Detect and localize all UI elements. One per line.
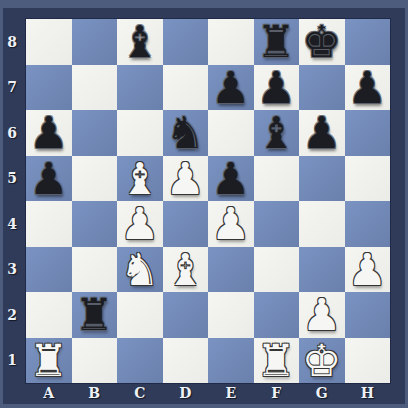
piece-white-bishop[interactable]: ♝ (166, 247, 205, 292)
piece-white-knight[interactable]: ♞ (120, 247, 159, 292)
square-g7[interactable] (299, 65, 345, 111)
square-g2[interactable]: ♟ (299, 292, 345, 338)
square-d4[interactable] (163, 201, 209, 247)
piece-white-pawn[interactable]: ♟ (302, 292, 341, 337)
square-a7[interactable] (26, 65, 72, 111)
square-d3[interactable]: ♝ (163, 247, 209, 293)
square-f3[interactable] (254, 247, 300, 293)
rank-label-6: 6 (0, 110, 24, 156)
square-d1[interactable] (163, 338, 209, 384)
square-a8[interactable] (26, 19, 72, 65)
square-c5[interactable]: ♝ (117, 156, 163, 202)
piece-white-king[interactable]: ♚ (302, 338, 341, 383)
rank-label-1: 1 (0, 338, 24, 384)
piece-white-pawn[interactable]: ♟ (120, 201, 159, 246)
chess-board: ♝♜♚♟♟♟♟♞♝♟♟♝♟♟♟♟♞♝♟♜♟♜♜♚ (26, 19, 390, 383)
rank-label-2: 2 (0, 292, 24, 338)
window-edge-top (0, 0, 408, 8)
square-h3[interactable]: ♟ (345, 247, 391, 293)
square-a6[interactable]: ♟ (26, 110, 72, 156)
square-c4[interactable]: ♟ (117, 201, 163, 247)
square-a5[interactable]: ♟ (26, 156, 72, 202)
square-c3[interactable]: ♞ (117, 247, 163, 293)
piece-white-rook[interactable]: ♜ (29, 338, 68, 383)
square-e3[interactable] (208, 247, 254, 293)
square-h2[interactable] (345, 292, 391, 338)
square-b3[interactable] (72, 247, 118, 293)
square-g3[interactable] (299, 247, 345, 293)
square-f8[interactable]: ♜ (254, 19, 300, 65)
piece-white-pawn[interactable]: ♟ (348, 247, 387, 292)
square-g4[interactable] (299, 201, 345, 247)
window-edge-bottom (0, 404, 408, 408)
square-d6[interactable]: ♞ (163, 110, 209, 156)
piece-black-bishop[interactable]: ♝ (257, 110, 296, 155)
square-b6[interactable] (72, 110, 118, 156)
square-b1[interactable] (72, 338, 118, 384)
piece-black-pawn[interactable]: ♟ (348, 65, 387, 110)
square-d5[interactable]: ♟ (163, 156, 209, 202)
square-c6[interactable] (117, 110, 163, 156)
square-h1[interactable] (345, 338, 391, 384)
file-label-h: H (345, 382, 391, 404)
file-label-e: E (208, 382, 254, 404)
piece-black-pawn[interactable]: ♟ (29, 110, 68, 155)
rank-label-5: 5 (0, 156, 24, 202)
square-c2[interactable] (117, 292, 163, 338)
rank-label-4: 4 (0, 201, 24, 247)
square-c1[interactable] (117, 338, 163, 384)
square-c7[interactable] (117, 65, 163, 111)
square-b8[interactable] (72, 19, 118, 65)
piece-black-rook[interactable]: ♜ (75, 292, 114, 337)
file-label-d: D (163, 382, 209, 404)
square-c8[interactable]: ♝ (117, 19, 163, 65)
square-f2[interactable] (254, 292, 300, 338)
square-b2[interactable]: ♜ (72, 292, 118, 338)
square-h8[interactable] (345, 19, 391, 65)
square-f7[interactable]: ♟ (254, 65, 300, 111)
square-h7[interactable]: ♟ (345, 65, 391, 111)
square-g6[interactable]: ♟ (299, 110, 345, 156)
square-e4[interactable]: ♟ (208, 201, 254, 247)
rank-label-7: 7 (0, 65, 24, 111)
rank-labels: 87654321 (0, 19, 24, 383)
square-d7[interactable] (163, 65, 209, 111)
square-a2[interactable] (26, 292, 72, 338)
square-b5[interactable] (72, 156, 118, 202)
file-label-c: C (117, 382, 163, 404)
square-g8[interactable]: ♚ (299, 19, 345, 65)
square-a3[interactable] (26, 247, 72, 293)
square-a1[interactable]: ♜ (26, 338, 72, 384)
square-e2[interactable] (208, 292, 254, 338)
piece-white-pawn[interactable]: ♟ (166, 156, 205, 201)
piece-black-pawn[interactable]: ♟ (257, 65, 296, 110)
square-h4[interactable] (345, 201, 391, 247)
file-label-b: B (72, 382, 118, 404)
piece-white-pawn[interactable]: ♟ (211, 201, 250, 246)
rank-label-8: 8 (0, 19, 24, 65)
square-e5[interactable]: ♟ (208, 156, 254, 202)
piece-black-pawn[interactable]: ♟ (211, 156, 250, 201)
piece-black-rook[interactable]: ♜ (257, 19, 296, 64)
square-b7[interactable] (72, 65, 118, 111)
square-e7[interactable]: ♟ (208, 65, 254, 111)
square-f5[interactable] (254, 156, 300, 202)
chess-board-window: 87654321 ♝♜♚♟♟♟♟♞♝♟♟♝♟♟♟♟♞♝♟♜♟♜♜♚ ABCDEF… (0, 0, 408, 408)
square-g5[interactable] (299, 156, 345, 202)
square-f6[interactable]: ♝ (254, 110, 300, 156)
square-f4[interactable] (254, 201, 300, 247)
square-h5[interactable] (345, 156, 391, 202)
square-e1[interactable] (208, 338, 254, 384)
piece-black-bishop[interactable]: ♝ (120, 19, 159, 64)
piece-black-pawn[interactable]: ♟ (302, 110, 341, 155)
piece-black-pawn[interactable]: ♟ (211, 65, 250, 110)
piece-black-king[interactable]: ♚ (302, 19, 341, 64)
square-d2[interactable] (163, 292, 209, 338)
square-b4[interactable] (72, 201, 118, 247)
square-d8[interactable] (163, 19, 209, 65)
square-f1[interactable]: ♜ (254, 338, 300, 384)
piece-white-bishop[interactable]: ♝ (120, 156, 159, 201)
square-a4[interactable] (26, 201, 72, 247)
square-h6[interactable] (345, 110, 391, 156)
square-e6[interactable] (208, 110, 254, 156)
piece-white-rook[interactable]: ♜ (257, 338, 296, 383)
square-g1[interactable]: ♚ (299, 338, 345, 384)
square-e8[interactable] (208, 19, 254, 65)
piece-black-pawn[interactable]: ♟ (29, 156, 68, 201)
piece-black-knight[interactable]: ♞ (166, 110, 205, 155)
rank-label-3: 3 (0, 247, 24, 293)
